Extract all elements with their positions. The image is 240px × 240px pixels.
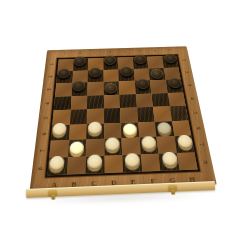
square-c3 (87, 82, 103, 95)
square-g4[interactable] (151, 93, 169, 107)
dark-piece-f1[interactable] (134, 54, 147, 64)
light-piece-a6[interactable] (51, 123, 66, 136)
square-d8 (104, 155, 123, 173)
square-h6 (171, 120, 191, 136)
dark-piece-e2[interactable] (120, 66, 133, 76)
square-b8 (67, 156, 86, 175)
square-e4[interactable] (119, 94, 136, 108)
square-a4[interactable] (54, 96, 71, 110)
dark-piece-d3[interactable] (105, 83, 118, 94)
checkers-board: ABCDEFGH ABCDEFGH 12345678 12345678 (29, 46, 216, 192)
light-piece-h7[interactable] (177, 134, 194, 148)
square-d3[interactable] (103, 81, 119, 94)
square-h3[interactable] (165, 79, 183, 92)
light-piece-g8[interactable] (161, 152, 178, 167)
square-h4 (167, 92, 185, 106)
square-a6[interactable] (51, 124, 70, 140)
square-d5[interactable] (103, 108, 120, 123)
dark-piece-f3[interactable] (136, 78, 150, 89)
square-b6 (69, 124, 87, 140)
square-h5[interactable] (169, 106, 188, 121)
square-c2[interactable] (88, 70, 104, 83)
square-f5[interactable] (136, 107, 154, 122)
square-d4 (103, 94, 120, 108)
dark-piece-d1[interactable] (104, 55, 116, 65)
square-b7[interactable] (68, 139, 87, 156)
square-e6[interactable] (121, 122, 139, 138)
square-b5[interactable] (69, 109, 86, 124)
square-b3[interactable] (71, 82, 87, 96)
square-d7[interactable] (104, 138, 122, 155)
square-f3[interactable] (134, 80, 151, 93)
light-piece-e8[interactable] (124, 153, 140, 168)
square-a8[interactable] (48, 157, 68, 176)
dark-piece-b3[interactable] (72, 80, 85, 91)
square-g8[interactable] (158, 153, 179, 171)
square-e2[interactable] (118, 69, 134, 82)
square-e3 (119, 81, 136, 94)
square-e7 (121, 137, 140, 154)
square-h7[interactable] (174, 136, 194, 153)
square-c8[interactable] (85, 155, 104, 173)
light-piece-e6[interactable] (122, 124, 137, 137)
light-piece-c8[interactable] (87, 155, 102, 170)
square-h1[interactable] (162, 56, 179, 68)
light-piece-b7[interactable] (69, 141, 84, 155)
dark-piece-a2[interactable] (57, 68, 70, 78)
dark-piece-h3[interactable] (168, 77, 183, 88)
square-a7 (49, 140, 68, 157)
square-a3 (55, 83, 72, 97)
dark-piece-g2[interactable] (150, 69, 163, 79)
square-f1[interactable] (132, 57, 148, 69)
dark-piece-h1[interactable] (164, 53, 178, 63)
square-e5 (120, 107, 138, 122)
square-c7 (86, 139, 104, 156)
light-piece-a8[interactable] (48, 156, 64, 171)
light-piece-c6[interactable] (87, 122, 101, 135)
square-c6[interactable] (86, 123, 104, 139)
light-piece-d7[interactable] (105, 137, 120, 151)
dark-piece-b1[interactable] (73, 56, 86, 66)
square-b4 (70, 95, 87, 109)
board-grid (45, 54, 200, 177)
square-f8 (140, 153, 160, 171)
square-f4 (135, 93, 153, 107)
square-b1[interactable] (73, 58, 88, 70)
square-d1[interactable] (103, 58, 118, 70)
light-piece-g6[interactable] (156, 122, 171, 135)
photo-canvas: ABCDEFGH ABCDEFGH 12345678 12345678 (0, 0, 240, 240)
square-h8 (176, 152, 197, 170)
brass-clasp-left (48, 190, 57, 196)
square-a2[interactable] (56, 71, 72, 84)
square-d2 (103, 69, 119, 82)
scene: ABCDEFGH ABCDEFGH 12345678 12345678 (0, 0, 240, 240)
brass-clasp-right (168, 185, 177, 191)
square-g2[interactable] (148, 68, 165, 81)
square-e8[interactable] (122, 154, 142, 172)
square-f7[interactable] (139, 137, 158, 154)
square-c4[interactable] (87, 95, 104, 109)
dark-piece-c2[interactable] (89, 67, 102, 77)
light-piece-f7[interactable] (141, 136, 157, 150)
